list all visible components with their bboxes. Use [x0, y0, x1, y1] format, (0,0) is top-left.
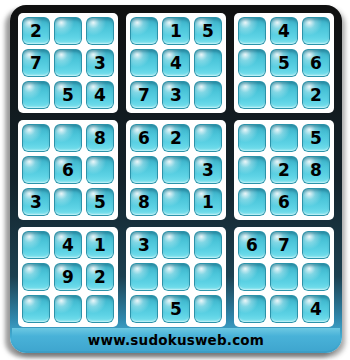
cell-r4c3[interactable]: 8 [86, 124, 114, 152]
cell-r3c2[interactable]: 5 [54, 81, 82, 109]
cell-r7c3[interactable]: 1 [86, 231, 114, 259]
cell-r1c4[interactable] [130, 17, 158, 45]
cell-r6c9[interactable] [302, 188, 330, 216]
cell-r7c2[interactable]: 4 [54, 231, 82, 259]
cell-r3c8[interactable] [270, 81, 298, 109]
sudoku-page: 273541547345628635623815286419235674 www… [0, 0, 350, 360]
cell-r5c1[interactable] [22, 156, 50, 184]
cell-r8c5[interactable] [162, 263, 190, 291]
cell-r7c7[interactable]: 6 [238, 231, 266, 259]
cell-r1c1[interactable]: 2 [22, 17, 50, 45]
cell-r8c9[interactable] [302, 263, 330, 291]
block-9: 674 [234, 227, 334, 327]
cell-r4c8[interactable] [270, 124, 298, 152]
cell-r3c6[interactable] [194, 81, 222, 109]
cell-r8c7[interactable] [238, 263, 266, 291]
cell-r8c3[interactable]: 2 [86, 263, 114, 291]
block-4: 8635 [18, 120, 118, 220]
cell-r5c7[interactable] [238, 156, 266, 184]
cell-r1c8[interactable]: 4 [270, 17, 298, 45]
cell-r4c5[interactable]: 2 [162, 124, 190, 152]
cell-r4c6[interactable] [194, 124, 222, 152]
cell-r6c8[interactable]: 6 [270, 188, 298, 216]
cell-r5c2[interactable]: 6 [54, 156, 82, 184]
cell-r9c7[interactable] [238, 295, 266, 323]
cell-r4c7[interactable] [238, 124, 266, 152]
cell-r7c1[interactable] [22, 231, 50, 259]
cell-r6c5[interactable] [162, 188, 190, 216]
cell-r9c1[interactable] [22, 295, 50, 323]
cell-r2c1[interactable]: 7 [22, 49, 50, 77]
cell-r9c3[interactable] [86, 295, 114, 323]
cell-r7c9[interactable] [302, 231, 330, 259]
cell-r6c7[interactable] [238, 188, 266, 216]
cell-r3c5[interactable]: 3 [162, 81, 190, 109]
cell-r1c7[interactable] [238, 17, 266, 45]
cell-r9c6[interactable] [194, 295, 222, 323]
block-1: 27354 [18, 13, 118, 113]
cell-r7c5[interactable] [162, 231, 190, 259]
cell-r5c6[interactable]: 3 [194, 156, 222, 184]
block-2: 15473 [126, 13, 226, 113]
cell-r2c9[interactable]: 6 [302, 49, 330, 77]
cell-r5c8[interactable]: 2 [270, 156, 298, 184]
cell-r8c1[interactable] [22, 263, 50, 291]
site-url-link[interactable]: www.sudokusweb.com [88, 332, 264, 348]
cell-r5c4[interactable] [130, 156, 158, 184]
cell-r4c2[interactable] [54, 124, 82, 152]
cell-r2c2[interactable] [54, 49, 82, 77]
block-7: 4192 [18, 227, 118, 327]
cell-r4c1[interactable] [22, 124, 50, 152]
sudoku-grid: 273541547345628635623815286419235674 [18, 13, 334, 327]
cell-r1c2[interactable] [54, 17, 82, 45]
cell-r6c6[interactable]: 1 [194, 188, 222, 216]
cell-r4c4[interactable]: 6 [130, 124, 158, 152]
cell-r3c4[interactable]: 7 [130, 81, 158, 109]
cell-r1c3[interactable] [86, 17, 114, 45]
cell-r2c5[interactable]: 4 [162, 49, 190, 77]
cell-r5c3[interactable] [86, 156, 114, 184]
cell-r8c2[interactable]: 9 [54, 263, 82, 291]
cell-r2c8[interactable]: 5 [270, 49, 298, 77]
cell-r2c3[interactable]: 3 [86, 49, 114, 77]
footer-band: www.sudokusweb.com [12, 328, 340, 351]
cell-r3c9[interactable]: 2 [302, 81, 330, 109]
cell-r9c4[interactable] [130, 295, 158, 323]
cell-r4c9[interactable]: 5 [302, 124, 330, 152]
cell-r5c5[interactable] [162, 156, 190, 184]
cell-r1c9[interactable] [302, 17, 330, 45]
cell-r5c9[interactable]: 8 [302, 156, 330, 184]
block-5: 62381 [126, 120, 226, 220]
cell-r7c8[interactable]: 7 [270, 231, 298, 259]
block-3: 4562 [234, 13, 334, 113]
cell-r9c8[interactable] [270, 295, 298, 323]
block-6: 5286 [234, 120, 334, 220]
cell-r8c8[interactable] [270, 263, 298, 291]
cell-r7c4[interactable]: 3 [130, 231, 158, 259]
block-8: 35 [126, 227, 226, 327]
cell-r2c6[interactable] [194, 49, 222, 77]
cell-r9c2[interactable] [54, 295, 82, 323]
cell-r1c6[interactable]: 5 [194, 17, 222, 45]
sudoku-board: 273541547345628635623815286419235674 www… [10, 5, 342, 353]
cell-r3c7[interactable] [238, 81, 266, 109]
cell-r9c5[interactable]: 5 [162, 295, 190, 323]
cell-r6c3[interactable]: 5 [86, 188, 114, 216]
cell-r8c4[interactable] [130, 263, 158, 291]
cell-r2c7[interactable] [238, 49, 266, 77]
cell-r6c2[interactable] [54, 188, 82, 216]
cell-r2c4[interactable] [130, 49, 158, 77]
cell-r9c9[interactable]: 4 [302, 295, 330, 323]
cell-r6c1[interactable]: 3 [22, 188, 50, 216]
cell-r8c6[interactable] [194, 263, 222, 291]
cell-r6c4[interactable]: 8 [130, 188, 158, 216]
cell-r1c5[interactable]: 1 [162, 17, 190, 45]
cell-r7c6[interactable] [194, 231, 222, 259]
cell-r3c3[interactable]: 4 [86, 81, 114, 109]
cell-r3c1[interactable] [22, 81, 50, 109]
